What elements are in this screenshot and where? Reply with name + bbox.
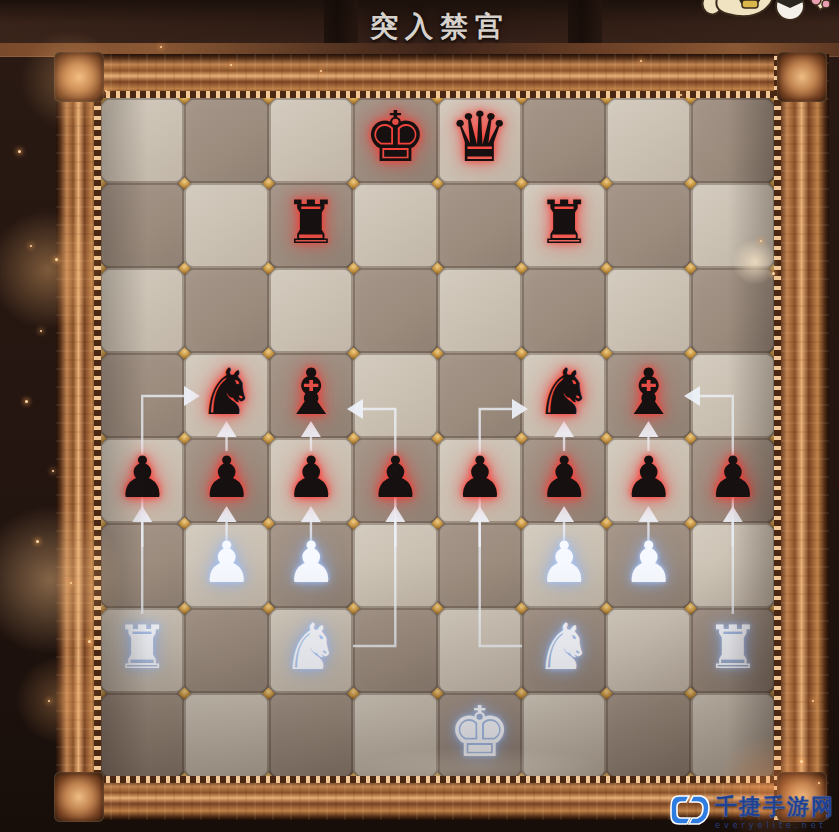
square-d1[interactable] <box>353 693 437 778</box>
frame-right <box>774 54 829 820</box>
square-c1[interactable] <box>269 693 353 778</box>
square-d3[interactable] <box>353 523 437 608</box>
sparkle-dot <box>40 330 42 332</box>
square-h5[interactable] <box>691 353 775 438</box>
piece-glyph: ♝ <box>282 350 339 435</box>
piece-glyph: ♞ <box>282 605 339 690</box>
square-e7[interactable] <box>438 183 522 268</box>
piece-glyph: ♜ <box>284 180 338 265</box>
sparkle-dot <box>52 470 54 472</box>
piece-glyph: ♟ <box>623 435 674 520</box>
piece-glyph: ♟ <box>117 435 168 520</box>
square-d6[interactable] <box>353 268 437 353</box>
sparkle-dot <box>30 245 32 247</box>
square-f8[interactable] <box>522 98 606 183</box>
square-g2[interactable] <box>606 608 690 693</box>
piece-black-queen[interactable]: ♛ <box>437 98 522 183</box>
square-d2[interactable] <box>353 608 437 693</box>
square-a6[interactable] <box>100 268 184 353</box>
square-c6[interactable] <box>269 268 353 353</box>
piece-glyph: ♟ <box>707 435 758 520</box>
square-h8[interactable] <box>691 98 775 183</box>
piece-black-king[interactable]: ♚ <box>353 98 438 183</box>
piece-white-rook[interactable]: ♜ <box>690 608 775 693</box>
square-f6[interactable] <box>522 268 606 353</box>
piece-black-pawn[interactable]: ♟ <box>522 438 607 523</box>
piece-glyph: ♜ <box>706 605 760 690</box>
square-a1[interactable] <box>100 693 184 778</box>
piece-glyph: ♟ <box>539 520 590 605</box>
square-g1[interactable] <box>606 693 690 778</box>
piece-black-pawn[interactable]: ♟ <box>100 438 185 523</box>
frame-top <box>56 54 829 98</box>
piece-glyph: ♟ <box>201 435 252 520</box>
sparkle-dot <box>18 150 21 153</box>
piece-glyph: ♚ <box>364 95 427 180</box>
piece-white-knight[interactable]: ♞ <box>522 608 607 693</box>
piece-white-pawn[interactable]: ♟ <box>268 523 353 608</box>
piece-white-rook[interactable]: ♜ <box>100 608 185 693</box>
square-e6[interactable] <box>438 268 522 353</box>
square-b6[interactable] <box>184 268 268 353</box>
frame-corner-ornament <box>54 772 104 822</box>
character-sprite <box>698 0 834 38</box>
watermark: 千捷手游网 everyelite.net <box>669 792 835 830</box>
piece-glyph: ♟ <box>539 435 590 520</box>
piece-glyph: ♛ <box>449 95 511 180</box>
piece-white-pawn[interactable]: ♟ <box>184 523 269 608</box>
piece-black-bishop[interactable]: ♝ <box>606 353 691 438</box>
square-a3[interactable] <box>100 523 184 608</box>
square-e5[interactable] <box>438 353 522 438</box>
piece-black-pawn[interactable]: ♟ <box>690 438 775 523</box>
piece-glyph: ♟ <box>623 520 674 605</box>
square-b1[interactable] <box>184 693 268 778</box>
piece-black-bishop[interactable]: ♝ <box>268 353 353 438</box>
square-h7[interactable] <box>691 183 775 268</box>
sparkle-dot <box>36 540 39 543</box>
frame-corner-ornament <box>54 52 104 102</box>
piece-glyph: ♝ <box>620 350 677 435</box>
watermark-domain: everyelite.net <box>715 821 835 830</box>
frame-left <box>56 54 101 820</box>
square-b7[interactable] <box>184 183 268 268</box>
piece-white-pawn[interactable]: ♟ <box>606 523 691 608</box>
piece-white-king[interactable]: ♚ <box>437 693 522 778</box>
piece-glyph: ♟ <box>285 435 336 520</box>
piece-glyph: ♟ <box>370 435 421 520</box>
square-d7[interactable] <box>353 183 437 268</box>
square-g8[interactable] <box>606 98 690 183</box>
piece-glyph: ♟ <box>454 435 505 520</box>
square-g7[interactable] <box>606 183 690 268</box>
piece-glyph: ♜ <box>115 605 169 690</box>
square-e3[interactable] <box>438 523 522 608</box>
game-screen: 突入禁宫 ♚♛♜♜♞♝♞♝♟♟♟♟♟♟♟♟♟♟♟♟♜♞♞♜♚ 千捷手游网 e <box>0 0 839 832</box>
piece-glyph: ♞ <box>535 605 592 690</box>
square-h1[interactable] <box>691 693 775 778</box>
square-d5[interactable] <box>353 353 437 438</box>
square-g6[interactable] <box>606 268 690 353</box>
square-h3[interactable] <box>691 523 775 608</box>
piece-white-knight[interactable]: ♞ <box>268 608 353 693</box>
piece-glyph: ♟ <box>201 520 252 605</box>
square-a8[interactable] <box>100 98 184 183</box>
piece-black-knight[interactable]: ♞ <box>184 353 269 438</box>
square-a5[interactable] <box>100 353 184 438</box>
square-f1[interactable] <box>522 693 606 778</box>
square-c8[interactable] <box>269 98 353 183</box>
piece-glyph: ♞ <box>198 350 255 435</box>
sparkle-dot <box>48 700 50 702</box>
square-h6[interactable] <box>691 268 775 353</box>
piece-black-pawn[interactable]: ♟ <box>437 438 522 523</box>
chess-board-zone: ♚♛♜♜♞♝♞♝♟♟♟♟♟♟♟♟♟♟♟♟♜♞♞♜♚ <box>100 98 775 778</box>
square-b2[interactable] <box>184 608 268 693</box>
watermark-logo-icon <box>669 792 711 828</box>
square-e2[interactable] <box>438 608 522 693</box>
piece-glyph: ♟ <box>285 520 336 605</box>
piece-black-rook[interactable]: ♜ <box>268 183 353 268</box>
piece-black-pawn[interactable]: ♟ <box>268 438 353 523</box>
piece-black-knight[interactable]: ♞ <box>522 353 607 438</box>
square-a7[interactable] <box>100 183 184 268</box>
piece-glyph: ♞ <box>535 350 592 435</box>
frame-corner-ornament <box>777 52 827 102</box>
piece-black-pawn[interactable]: ♟ <box>606 438 691 523</box>
square-b8[interactable] <box>184 98 268 183</box>
piece-glyph: ♚ <box>448 690 511 775</box>
piece-black-rook[interactable]: ♜ <box>522 183 607 268</box>
sparkle-dot <box>25 400 28 403</box>
piece-glyph: ♜ <box>537 180 591 265</box>
piece-black-pawn[interactable]: ♟ <box>184 438 269 523</box>
piece-black-pawn[interactable]: ♟ <box>353 438 438 523</box>
watermark-site-name: 千捷手游网 <box>715 792 835 822</box>
piece-white-pawn[interactable]: ♟ <box>522 523 607 608</box>
